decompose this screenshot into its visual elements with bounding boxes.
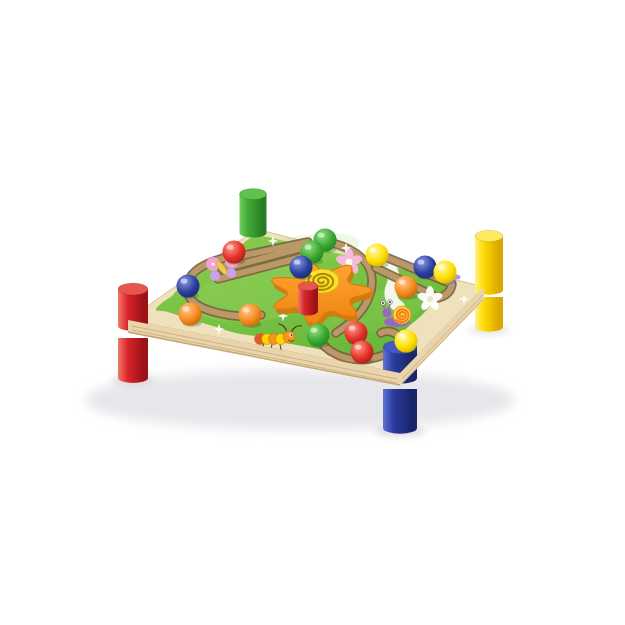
pink-flower-decoration-center: [346, 259, 353, 266]
butterfly-wing: [210, 271, 220, 281]
bead-sphere: [290, 256, 313, 279]
gear-red-peg-top: [298, 282, 318, 291]
bead-sphere: [395, 330, 418, 353]
bead-sphere: [307, 324, 330, 347]
butterfly-wing: [226, 268, 236, 278]
bead-highlight: [227, 244, 234, 249]
bead-highlight: [183, 306, 190, 311]
bead-highlight: [399, 279, 406, 284]
leg-green-upper-top: [240, 188, 267, 199]
leg-blue-lower-body: [383, 389, 417, 434]
bead-highlight: [355, 344, 362, 349]
bead-highlight: [418, 259, 425, 264]
leg-green-upper: [240, 188, 267, 237]
product-photo: [0, 0, 625, 625]
bead-highlight: [438, 264, 445, 269]
bead-highlight: [305, 244, 312, 249]
leg-blue-lower: [383, 389, 417, 434]
bead-sphere: [223, 241, 246, 264]
bead-highlight: [181, 278, 188, 283]
bead-maze-scene: [0, 0, 625, 625]
bead-highlight: [243, 307, 250, 312]
leg-green-upper-body: [240, 194, 267, 238]
bead-highlight: [370, 247, 377, 252]
snail-pupil: [382, 302, 384, 304]
bead-sphere: [351, 341, 374, 364]
bead-sphere: [179, 303, 202, 326]
butterfly-wing-dot: [211, 262, 214, 265]
bead-sphere: [239, 304, 262, 327]
leg-yellow-upper: [475, 230, 503, 295]
bee-pupil: [291, 334, 293, 336]
leg-red-lower: [118, 338, 148, 383]
leg-yellow-upper-body: [475, 236, 503, 295]
snail-shell-spiral: [396, 309, 409, 322]
bead-sphere: [414, 256, 437, 279]
bead-highlight: [399, 333, 406, 338]
leg-red-lower-body: [118, 338, 148, 383]
bead-sphere: [177, 275, 200, 298]
bead-sphere: [366, 244, 389, 267]
bead-highlight: [294, 259, 301, 264]
snail-head: [383, 309, 392, 318]
white-flower-decoration-center: [427, 296, 433, 302]
bead-highlight: [349, 325, 356, 330]
leg-red-upper-top: [118, 283, 148, 295]
snail-pupil: [389, 301, 391, 303]
bead-sphere: [434, 261, 457, 284]
bead-sphere: [395, 276, 418, 299]
bead-highlight: [318, 232, 325, 237]
bead-highlight: [311, 327, 318, 332]
leg-yellow-upper-top: [475, 230, 503, 242]
